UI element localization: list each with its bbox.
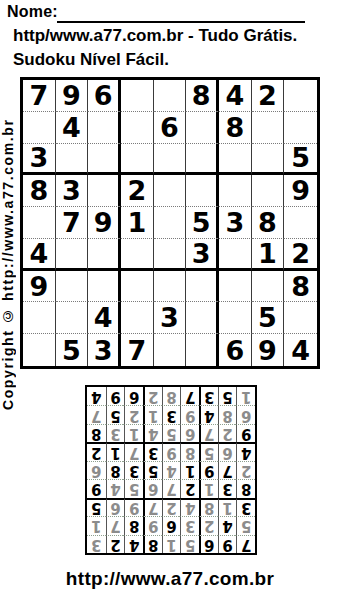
puzzle-cell-r6c4[interactable] (121, 239, 154, 271)
solution-cell-r1c6: 8 (143, 535, 162, 553)
puzzle-cell-r4c7[interactable] (219, 175, 252, 207)
sudoku-solution-grid-rotated: 7965184235423698713184279658312765492791… (85, 385, 257, 555)
solution-cell-r5c4: 1 (180, 461, 199, 479)
solution-cell-r1c4: 5 (180, 535, 199, 553)
name-label: Nome: (7, 3, 58, 21)
puzzle-cell-r3c2[interactable] (56, 144, 89, 176)
solution-cell-r8c3: 4 (199, 405, 218, 423)
solution-cell-r6c7: 7 (124, 442, 143, 460)
puzzle-cell-r5c3: 9 (88, 207, 121, 239)
puzzle-cell-r3c9: 5 (284, 144, 317, 176)
puzzle-cell-r9c1[interactable] (23, 334, 56, 366)
solution-cell-r8c9: 7 (87, 405, 106, 423)
site-header: http/www.a77.com.br - Tudo Grátis. (13, 26, 297, 46)
solution-cell-r4c6: 6 (143, 479, 162, 497)
solution-cell-r8c5: 3 (162, 405, 181, 423)
solution-cell-r4c3: 1 (199, 479, 218, 497)
solution-cell-r7c1: 9 (236, 424, 255, 442)
solution-cell-r4c5: 7 (162, 479, 181, 497)
solution-cell-r1c2: 9 (218, 535, 237, 553)
puzzle-level-title: Sudoku Nível Fácil. (13, 50, 169, 70)
solution-cell-r9c6: 2 (143, 387, 162, 405)
solution-cell-r8c2: 8 (218, 405, 237, 423)
solution-cell-r6c1: 4 (236, 442, 255, 460)
puzzle-cell-r2c6[interactable] (186, 112, 219, 144)
puzzle-cell-r9c2: 5 (56, 334, 89, 366)
puzzle-cell-r8c6[interactable] (186, 302, 219, 334)
solution-cell-r7c5: 5 (162, 424, 181, 442)
footer-url: http://www.a77.com.br (0, 568, 340, 590)
solution-cell-r2c8: 7 (106, 516, 125, 534)
puzzle-cell-r1c2: 9 (56, 80, 89, 112)
solution-cell-r6c9: 2 (87, 442, 106, 460)
puzzle-cell-r6c2[interactable] (56, 239, 89, 271)
solution-cell-r9c3: 3 (199, 387, 218, 405)
solution-cell-r6c3: 5 (199, 442, 218, 460)
puzzle-cell-r7c8[interactable] (252, 271, 285, 303)
solution-cell-r4c9: 9 (87, 479, 106, 497)
solution-cell-r1c1: 7 (236, 535, 255, 553)
puzzle-cell-r9c6[interactable] (186, 334, 219, 366)
puzzle-cell-r3c5[interactable] (154, 144, 187, 176)
puzzle-cell-r7c1: 9 (23, 271, 56, 303)
puzzle-cell-r3c6[interactable] (186, 144, 219, 176)
puzzle-cell-r8c2[interactable] (56, 302, 89, 334)
solution-cell-r5c7: 3 (124, 461, 143, 479)
solution-cell-r6c8: 1 (106, 442, 125, 460)
solution-cell-r2c1: 5 (236, 516, 255, 534)
puzzle-cell-r6c3[interactable] (88, 239, 121, 271)
solution-cell-r4c7: 5 (124, 479, 143, 497)
solution-cell-r7c4: 6 (180, 424, 199, 442)
solution-cell-r3c2: 1 (218, 498, 237, 516)
solution-cell-r1c5: 1 (162, 535, 181, 553)
puzzle-cell-r4c6[interactable] (186, 175, 219, 207)
puzzle-cell-r2c5: 6 (154, 112, 187, 144)
puzzle-cell-r2c1[interactable] (23, 112, 56, 144)
puzzle-cell-r4c9: 9 (284, 175, 317, 207)
puzzle-cell-r1c5[interactable] (154, 80, 187, 112)
solution-cell-r3c8: 6 (106, 498, 125, 516)
puzzle-cell-r8c4[interactable] (121, 302, 154, 334)
solution-cell-r5c1: 2 (236, 461, 255, 479)
puzzle-cell-r5c8: 8 (252, 207, 285, 239)
puzzle-cell-r7c4[interactable] (121, 271, 154, 303)
puzzle-cell-r9c9: 4 (284, 334, 317, 366)
puzzle-cell-r7c3[interactable] (88, 271, 121, 303)
puzzle-cell-r5c6: 5 (186, 207, 219, 239)
copyright-vertical-text: Copyright © http://www.a77.com.br (0, 80, 17, 448)
puzzle-cell-r1c3: 6 (88, 80, 121, 112)
solution-cell-r5c9: 6 (87, 461, 106, 479)
puzzle-cell-r5c9[interactable] (284, 207, 317, 239)
puzzle-cell-r2c2: 4 (56, 112, 89, 144)
puzzle-cell-r7c2[interactable] (56, 271, 89, 303)
solution-cell-r4c1: 8 (236, 479, 255, 497)
solution-cell-r9c1: 1 (236, 387, 255, 405)
solution-cell-r2c3: 2 (199, 516, 218, 534)
solution-cell-r2c6: 9 (143, 516, 162, 534)
solution-cell-r2c9: 1 (87, 516, 106, 534)
puzzle-cell-r9c3: 3 (88, 334, 121, 366)
solution-cell-r8c8: 5 (106, 405, 125, 423)
puzzle-cell-r7c5[interactable] (154, 271, 187, 303)
puzzle-cell-r5c1[interactable] (23, 207, 56, 239)
puzzle-cell-r2c9[interactable] (284, 112, 317, 144)
solution-cell-r8c4: 9 (180, 405, 199, 423)
solution-cell-r3c5: 2 (162, 498, 181, 516)
solution-cell-r9c8: 9 (106, 387, 125, 405)
puzzle-cell-r2c8[interactable] (252, 112, 285, 144)
puzzle-cell-r5c7: 3 (219, 207, 252, 239)
solution-cell-r1c7: 4 (124, 535, 143, 553)
solution-cell-r9c2: 5 (218, 387, 237, 405)
puzzle-cell-r7c7[interactable] (219, 271, 252, 303)
puzzle-cell-r1c7: 4 (219, 80, 252, 112)
solution-cell-r2c4: 3 (180, 516, 199, 534)
solution-cell-r1c8: 2 (106, 535, 125, 553)
puzzle-cell-r7c9: 8 (284, 271, 317, 303)
puzzle-cell-r6c8: 1 (252, 239, 285, 271)
puzzle-cell-r1c1: 7 (23, 80, 56, 112)
puzzle-cell-r8c5: 3 (154, 302, 187, 334)
solution-cell-r5c8: 8 (106, 461, 125, 479)
solution-cell-r9c5: 8 (162, 387, 181, 405)
puzzle-cell-r6c7[interactable] (219, 239, 252, 271)
puzzle-cell-r3c3[interactable] (88, 144, 121, 176)
solution-cell-r6c5: 9 (162, 442, 181, 460)
solution-cell-r8c6: 1 (143, 405, 162, 423)
solution-cell-r7c3: 7 (199, 424, 218, 442)
solution-cell-r3c1: 3 (236, 498, 255, 516)
puzzle-cell-r4c1: 8 (23, 175, 56, 207)
solution-cell-r3c7: 9 (124, 498, 143, 516)
puzzle-cell-r1c4[interactable] (121, 80, 154, 112)
solution-cell-r6c2: 6 (218, 442, 237, 460)
solution-cell-r2c5: 6 (162, 516, 181, 534)
puzzle-cell-r1c8: 2 (252, 80, 285, 112)
puzzle-cell-r6c1: 4 (23, 239, 56, 271)
solution-cell-r9c9: 4 (87, 387, 106, 405)
solution-cell-r3c9: 5 (87, 498, 106, 516)
solution-cell-r3c3: 8 (199, 498, 218, 516)
solution-cell-r2c7: 8 (124, 516, 143, 534)
puzzle-cell-r6c9: 2 (284, 239, 317, 271)
puzzle-cell-r8c9[interactable] (284, 302, 317, 334)
solution-cell-r7c7: 1 (124, 424, 143, 442)
puzzle-cell-r5c4: 1 (121, 207, 154, 239)
solution-cell-r7c9: 8 (87, 424, 106, 442)
solution-cell-r7c2: 2 (218, 424, 237, 442)
puzzle-cell-r9c7: 6 (219, 334, 252, 366)
solution-cell-r4c8: 4 (106, 479, 125, 497)
puzzle-cell-r4c4: 2 (121, 175, 154, 207)
puzzle-cell-r1c9[interactable] (284, 80, 317, 112)
solution-cell-r3c4: 4 (180, 498, 199, 516)
solution-cell-r6c6: 3 (143, 442, 162, 460)
solution-cell-r4c4: 2 (180, 479, 199, 497)
puzzle-cell-r3c7[interactable] (219, 144, 252, 176)
solution-cell-r9c4: 7 (180, 387, 199, 405)
solution-cell-r9c7: 6 (124, 387, 143, 405)
solution-cell-r8c7: 2 (124, 405, 143, 423)
solution-cell-r6c4: 8 (180, 442, 199, 460)
solution-cell-r5c2: 7 (218, 461, 237, 479)
puzzle-cell-r8c3: 4 (88, 302, 121, 334)
puzzle-cell-r8c7[interactable] (219, 302, 252, 334)
puzzle-cell-r4c2: 3 (56, 175, 89, 207)
puzzle-cell-r9c5[interactable] (154, 334, 187, 366)
puzzle-cell-r6c6: 3 (186, 239, 219, 271)
puzzle-cell-r3c1: 3 (23, 144, 56, 176)
puzzle-cell-r4c8[interactable] (252, 175, 285, 207)
solution-cell-r1c3: 6 (199, 535, 218, 553)
puzzle-cell-r9c8: 9 (252, 334, 285, 366)
name-fill-line[interactable] (57, 4, 305, 23)
puzzle-cell-r9c4: 7 (121, 334, 154, 366)
puzzle-cell-r2c4[interactable] (121, 112, 154, 144)
solution-cell-r5c3: 9 (199, 461, 218, 479)
solution-cell-r1c9: 3 (87, 535, 106, 553)
puzzle-cell-r5c5[interactable] (154, 207, 187, 239)
puzzle-cell-r2c7: 8 (219, 112, 252, 144)
solution-cell-r2c2: 4 (218, 516, 237, 534)
solution-cell-r4c2: 3 (218, 479, 237, 497)
puzzle-cell-r4c5[interactable] (154, 175, 187, 207)
puzzle-cell-r8c1[interactable] (23, 302, 56, 334)
puzzle-cell-r5c2: 7 (56, 207, 89, 239)
sudoku-puzzle-grid: 796842468358329791538431298435537694 (20, 77, 320, 369)
puzzle-cell-r8c8: 5 (252, 302, 285, 334)
puzzle-cell-r7c6[interactable] (186, 271, 219, 303)
solution-cell-r5c5: 4 (162, 461, 181, 479)
puzzle-cell-r4c3[interactable] (88, 175, 121, 207)
puzzle-cell-r6c5[interactable] (154, 239, 187, 271)
puzzle-cell-r2c3[interactable] (88, 112, 121, 144)
puzzle-cell-r3c8[interactable] (252, 144, 285, 176)
solution-cell-r7c8: 3 (106, 424, 125, 442)
puzzle-cell-r1c6: 8 (186, 80, 219, 112)
solution-cell-r8c1: 6 (236, 405, 255, 423)
solution-cell-r5c6: 5 (143, 461, 162, 479)
puzzle-cell-r3c4[interactable] (121, 144, 154, 176)
solution-cell-r3c6: 7 (143, 498, 162, 516)
solution-cell-r7c6: 4 (143, 424, 162, 442)
